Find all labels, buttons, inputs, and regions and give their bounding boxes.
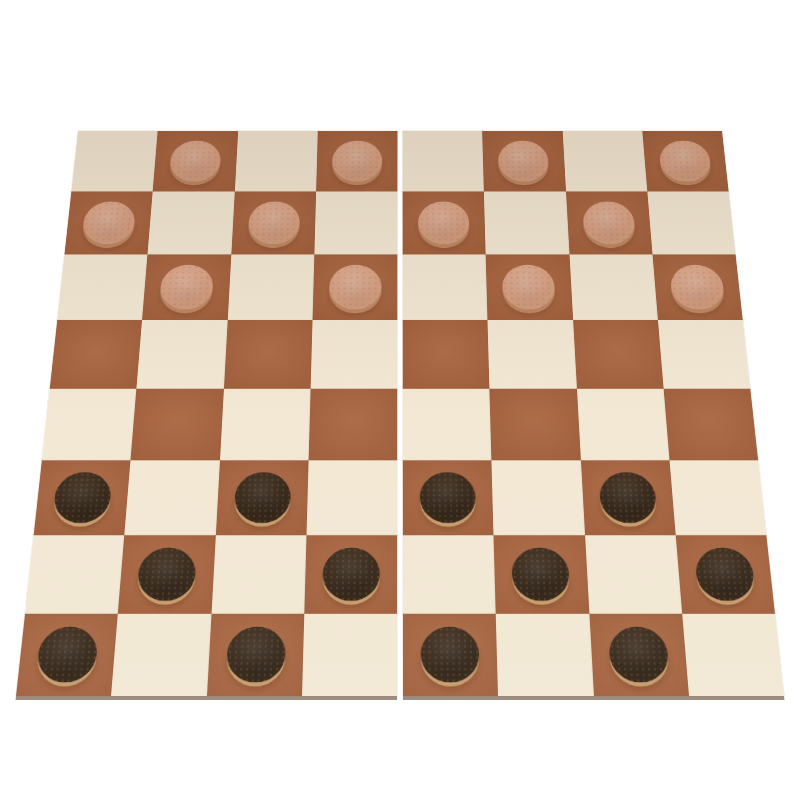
square-r3c4[interactable] [312, 254, 397, 320]
dark-checker-piece[interactable] [225, 627, 286, 683]
dark-checker-piece[interactable] [52, 472, 113, 523]
square-r8c5[interactable] [403, 614, 498, 696]
square-r1c3[interactable] [234, 131, 317, 191]
square-r6c5[interactable] [403, 460, 494, 535]
square-r1c7[interactable] [562, 131, 647, 191]
square-r3c7[interactable] [569, 254, 658, 320]
photo-background [0, 0, 800, 800]
square-r2c2[interactable] [148, 191, 235, 254]
dark-checker-piece[interactable] [598, 472, 657, 523]
square-r5c6[interactable] [490, 389, 581, 461]
square-r5c3[interactable] [220, 389, 311, 461]
square-r1c2[interactable] [153, 131, 238, 191]
square-r3c3[interactable] [227, 254, 314, 320]
light-checker-piece[interactable] [418, 201, 470, 244]
square-r8c6[interactable] [496, 614, 594, 696]
light-checker-piece[interactable] [658, 140, 712, 181]
square-r4c3[interactable] [223, 320, 312, 389]
square-r3c2[interactable] [142, 254, 231, 320]
light-checker-piece[interactable] [247, 201, 300, 244]
square-r6c1[interactable] [34, 460, 131, 535]
light-checker-piece[interactable] [159, 265, 214, 310]
square-r8c7[interactable] [589, 614, 689, 696]
dark-checker-piece[interactable] [511, 547, 570, 601]
square-r2c7[interactable] [566, 191, 653, 254]
light-checker-piece[interactable] [169, 140, 222, 181]
square-r5c4[interactable] [308, 389, 397, 461]
square-r3c6[interactable] [486, 254, 573, 320]
square-r7c7[interactable] [585, 535, 682, 613]
square-r2c5[interactable] [403, 191, 486, 254]
square-r6c4[interactable] [306, 460, 397, 535]
square-r4c2[interactable] [137, 320, 228, 389]
light-checker-piece[interactable] [329, 265, 382, 310]
dark-checker-piece[interactable] [421, 627, 480, 683]
square-r7c5[interactable] [403, 535, 496, 613]
square-r7c8[interactable] [675, 535, 774, 613]
square-r1c8[interactable] [642, 131, 729, 191]
board-left-half [16, 131, 397, 696]
square-r7c2[interactable] [118, 535, 215, 613]
light-checker-piece[interactable] [669, 265, 725, 310]
dark-checker-piece[interactable] [694, 547, 756, 601]
square-r2c6[interactable] [484, 191, 569, 254]
square-r8c4[interactable] [302, 614, 397, 696]
square-r3c8[interactable] [652, 254, 742, 320]
square-r8c2[interactable] [111, 614, 211, 696]
square-r7c3[interactable] [211, 535, 306, 613]
light-checker-piece[interactable] [502, 265, 556, 310]
dark-checker-piece[interactable] [420, 472, 476, 523]
square-r1c4[interactable] [316, 131, 398, 191]
square-r6c3[interactable] [215, 460, 308, 535]
light-checker-piece[interactable] [498, 140, 550, 181]
square-r8c1[interactable] [16, 614, 118, 696]
square-r2c1[interactable] [64, 191, 152, 254]
square-r5c8[interactable] [663, 389, 758, 461]
dark-checker-piece[interactable] [35, 627, 99, 683]
board-right-half [403, 131, 784, 696]
light-checker-piece[interactable] [582, 201, 636, 244]
square-r5c2[interactable] [131, 389, 224, 461]
square-r7c6[interactable] [494, 535, 589, 613]
square-r3c1[interactable] [57, 254, 147, 320]
dark-checker-piece[interactable] [137, 547, 198, 601]
square-r1c5[interactable] [403, 131, 485, 191]
square-r2c4[interactable] [314, 191, 397, 254]
square-r6c8[interactable] [669, 460, 766, 535]
square-r4c5[interactable] [403, 320, 490, 389]
square-r4c1[interactable] [50, 320, 143, 389]
light-checker-piece[interactable] [332, 140, 383, 181]
square-r7c4[interactable] [304, 535, 397, 613]
dark-checker-piece[interactable] [607, 627, 669, 683]
square-r8c8[interactable] [682, 614, 784, 696]
square-r3c5[interactable] [403, 254, 488, 320]
square-r4c4[interactable] [310, 320, 397, 389]
checkers-board [16, 131, 784, 696]
square-r4c6[interactable] [488, 320, 577, 389]
square-r7c1[interactable] [25, 535, 124, 613]
square-r6c6[interactable] [492, 460, 585, 535]
square-r2c8[interactable] [647, 191, 735, 254]
square-r5c5[interactable] [403, 389, 492, 461]
square-r4c8[interactable] [658, 320, 751, 389]
square-r4c7[interactable] [573, 320, 664, 389]
square-r6c2[interactable] [125, 460, 220, 535]
dark-checker-piece[interactable] [322, 547, 380, 601]
square-r1c6[interactable] [482, 131, 565, 191]
dark-checker-piece[interactable] [233, 472, 291, 523]
square-r5c7[interactable] [577, 389, 670, 461]
light-checker-piece[interactable] [81, 201, 136, 244]
square-r8c3[interactable] [207, 614, 305, 696]
square-r6c7[interactable] [580, 460, 675, 535]
square-r2c3[interactable] [231, 191, 316, 254]
square-r5c1[interactable] [42, 389, 137, 461]
square-r1c1[interactable] [71, 131, 158, 191]
